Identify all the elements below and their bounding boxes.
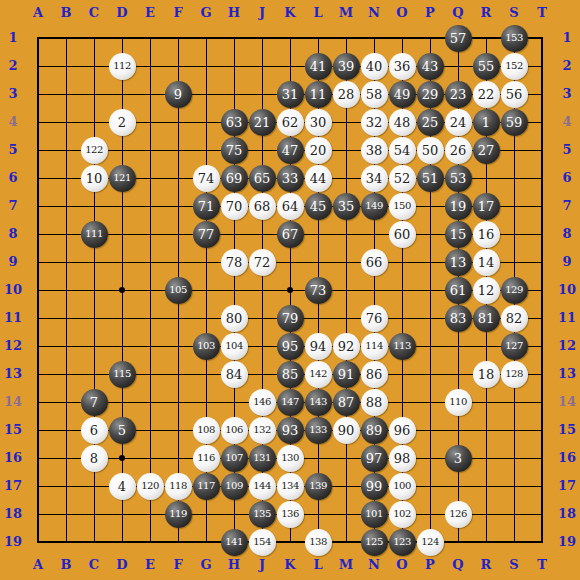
move-number: 71 xyxy=(198,200,215,213)
move-number: 43 xyxy=(422,60,439,73)
column-label-bottom: J xyxy=(248,557,276,573)
move-number: 80 xyxy=(226,312,243,325)
row-label-left: 12 xyxy=(0,332,26,360)
stone-white-38-N5[interactable]: 38 xyxy=(361,137,388,164)
stone-black-19-Q7[interactable]: 19 xyxy=(445,193,472,220)
move-number: 2 xyxy=(118,116,126,129)
move-number: 115 xyxy=(113,369,131,379)
stone-black-33-K6[interactable]: 33 xyxy=(277,165,304,192)
stone-white-92-M12[interactable]: 92 xyxy=(333,333,360,360)
move-number: 7 xyxy=(90,396,98,409)
stone-white-22-R3[interactable]: 22 xyxy=(473,81,500,108)
stone-black-59-S4[interactable]: 59 xyxy=(501,109,528,136)
move-number: 89 xyxy=(366,424,383,437)
column-label-bottom: O xyxy=(388,557,416,573)
stone-white-146-J14[interactable]: 146 xyxy=(249,389,276,416)
stone-white-128-S13[interactable]: 128 xyxy=(501,361,528,388)
column-label-top: A xyxy=(24,5,52,21)
move-number: 102 xyxy=(393,509,411,519)
move-number: 62 xyxy=(282,116,299,129)
move-number: 72 xyxy=(254,256,271,269)
stone-black-133-L15[interactable]: 133 xyxy=(305,417,332,444)
stone-white-2-D4[interactable]: 2 xyxy=(109,109,136,136)
row-label-left: 18 xyxy=(0,500,26,528)
row-label-right: 13 xyxy=(554,360,580,388)
column-label-top: H xyxy=(220,5,248,21)
move-number: 45 xyxy=(310,200,327,213)
stone-white-136-K18[interactable]: 136 xyxy=(277,501,304,528)
goban[interactable]: 1234567891011121314151617181920212223242… xyxy=(24,24,556,556)
stone-white-124-P19[interactable]: 124 xyxy=(417,529,444,556)
stone-black-125-N19[interactable]: 125 xyxy=(361,529,388,556)
move-number: 114 xyxy=(365,341,383,351)
move-number: 104 xyxy=(225,341,243,351)
stone-white-18-R13[interactable]: 18 xyxy=(473,361,500,388)
row-label-left: 17 xyxy=(0,472,26,500)
stone-black-101-N18[interactable]: 101 xyxy=(361,501,388,528)
move-number: 111 xyxy=(85,229,103,239)
stone-white-70-H7[interactable]: 70 xyxy=(221,193,248,220)
move-number: 48 xyxy=(394,116,411,129)
move-number: 100 xyxy=(393,481,411,491)
move-number: 96 xyxy=(394,424,411,437)
stone-black-77-G8[interactable]: 77 xyxy=(193,221,220,248)
stone-white-118-F17[interactable]: 118 xyxy=(165,473,192,500)
move-number: 33 xyxy=(282,172,299,185)
column-label-bottom: H xyxy=(220,557,248,573)
stone-black-27-R5[interactable]: 27 xyxy=(473,137,500,164)
stone-white-16-R8[interactable]: 16 xyxy=(473,221,500,248)
move-number: 126 xyxy=(449,509,467,519)
move-number: 98 xyxy=(394,452,411,465)
stone-white-60-O8[interactable]: 60 xyxy=(389,221,416,248)
stone-white-34-N6[interactable]: 34 xyxy=(361,165,388,192)
stone-black-63-H4[interactable]: 63 xyxy=(221,109,248,136)
stone-black-95-K12[interactable]: 95 xyxy=(277,333,304,360)
stone-black-119-F18[interactable]: 119 xyxy=(165,501,192,528)
row-label-left: 11 xyxy=(0,304,26,332)
row-label-left: 5 xyxy=(0,136,26,164)
move-number: 21 xyxy=(254,116,271,129)
column-label-bottom: G xyxy=(192,557,220,573)
move-number: 87 xyxy=(338,396,355,409)
stone-black-13-Q9[interactable]: 13 xyxy=(445,249,472,276)
stone-black-9-F3[interactable]: 9 xyxy=(165,81,192,108)
stone-black-31-K3[interactable]: 31 xyxy=(277,81,304,108)
stone-white-88-N14[interactable]: 88 xyxy=(361,389,388,416)
row-label-left: 19 xyxy=(0,528,26,556)
go-game-record: 1234567891011121314151617181920212223242… xyxy=(0,0,580,580)
move-number: 31 xyxy=(282,88,299,101)
stone-black-91-M13[interactable]: 91 xyxy=(333,361,360,388)
column-label-top: K xyxy=(276,5,304,21)
row-label-right: 16 xyxy=(554,444,580,472)
stone-white-144-J17[interactable]: 144 xyxy=(249,473,276,500)
move-number: 1 xyxy=(482,116,490,129)
stone-black-141-H19[interactable]: 141 xyxy=(221,529,248,556)
move-number: 118 xyxy=(169,481,187,491)
move-number: 85 xyxy=(282,368,299,381)
stone-black-87-M14[interactable]: 87 xyxy=(333,389,360,416)
stone-black-57-Q1[interactable]: 57 xyxy=(445,25,472,52)
column-label-top: G xyxy=(192,5,220,21)
move-number: 121 xyxy=(113,173,131,183)
column-label-top: O xyxy=(388,5,416,21)
move-number: 125 xyxy=(365,537,383,547)
stone-black-7-C14[interactable]: 7 xyxy=(81,389,108,416)
row-label-left: 3 xyxy=(0,80,26,108)
stone-black-25-P4[interactable]: 25 xyxy=(417,109,444,136)
stone-white-116-G16[interactable]: 116 xyxy=(193,445,220,472)
stone-white-114-N12[interactable]: 114 xyxy=(361,333,388,360)
stone-white-82-S11[interactable]: 82 xyxy=(501,305,528,332)
stone-black-107-H16[interactable]: 107 xyxy=(221,445,248,472)
column-label-bottom: D xyxy=(108,557,136,573)
stone-black-5-D15[interactable]: 5 xyxy=(109,417,136,444)
stone-white-74-G6[interactable]: 74 xyxy=(193,165,220,192)
move-number: 93 xyxy=(282,424,299,437)
stone-black-71-G7[interactable]: 71 xyxy=(193,193,220,220)
move-number: 29 xyxy=(422,88,439,101)
column-label-bottom: R xyxy=(472,557,500,573)
column-label-top: L xyxy=(304,5,332,21)
row-label-left: 2 xyxy=(0,52,26,80)
row-label-left: 4 xyxy=(0,108,26,136)
move-number: 83 xyxy=(450,312,467,325)
move-number: 63 xyxy=(226,116,243,129)
move-number: 18 xyxy=(478,368,495,381)
stone-white-64-K7[interactable]: 64 xyxy=(277,193,304,220)
move-number: 117 xyxy=(197,481,215,491)
stone-white-30-L4[interactable]: 30 xyxy=(305,109,332,136)
move-number: 81 xyxy=(478,312,495,325)
stone-white-108-G15[interactable]: 108 xyxy=(193,417,220,444)
stone-black-51-P6[interactable]: 51 xyxy=(417,165,444,192)
stone-black-11-L3[interactable]: 11 xyxy=(305,81,332,108)
stone-black-121-D6[interactable]: 121 xyxy=(109,165,136,192)
stone-white-80-H11[interactable]: 80 xyxy=(221,305,248,332)
move-number: 35 xyxy=(338,200,355,213)
column-label-top: R xyxy=(472,5,500,21)
stone-black-111-C8[interactable]: 111 xyxy=(81,221,108,248)
stone-white-52-O6[interactable]: 52 xyxy=(389,165,416,192)
stone-black-83-Q11[interactable]: 83 xyxy=(445,305,472,332)
column-label-bottom: C xyxy=(80,557,108,573)
stone-white-50-P5[interactable]: 50 xyxy=(417,137,444,164)
stone-white-94-L12[interactable]: 94 xyxy=(305,333,332,360)
column-label-top: P xyxy=(416,5,444,21)
stone-white-130-K16[interactable]: 130 xyxy=(277,445,304,472)
move-number: 10 xyxy=(86,172,103,185)
column-label-top: D xyxy=(108,5,136,21)
stone-black-3-Q16[interactable]: 3 xyxy=(445,445,472,472)
stone-white-44-L6[interactable]: 44 xyxy=(305,165,332,192)
row-label-right: 5 xyxy=(554,136,580,164)
stone-white-142-L13[interactable]: 142 xyxy=(305,361,332,388)
move-number: 40 xyxy=(366,60,383,73)
stone-white-110-Q14[interactable]: 110 xyxy=(445,389,472,416)
stone-white-10-C6[interactable]: 10 xyxy=(81,165,108,192)
stone-white-66-N9[interactable]: 66 xyxy=(361,249,388,276)
stone-white-14-R9[interactable]: 14 xyxy=(473,249,500,276)
stone-white-78-H9[interactable]: 78 xyxy=(221,249,248,276)
move-number: 143 xyxy=(309,397,327,407)
move-number: 60 xyxy=(394,228,411,241)
stone-black-43-P2[interactable]: 43 xyxy=(417,53,444,80)
stone-white-122-C5[interactable]: 122 xyxy=(81,137,108,164)
stone-white-86-N13[interactable]: 86 xyxy=(361,361,388,388)
stone-black-105-F10[interactable]: 105 xyxy=(165,277,192,304)
column-label-top: N xyxy=(360,5,388,21)
stone-black-147-K14[interactable]: 147 xyxy=(277,389,304,416)
row-label-left: 15 xyxy=(0,416,26,444)
column-label-top: B xyxy=(52,5,80,21)
stone-white-32-N4[interactable]: 32 xyxy=(361,109,388,136)
stone-white-90-M15[interactable]: 90 xyxy=(333,417,360,444)
stone-white-4-D17[interactable]: 4 xyxy=(109,473,136,500)
stone-black-97-N16[interactable]: 97 xyxy=(361,445,388,472)
stone-white-150-O7[interactable]: 150 xyxy=(389,193,416,220)
row-label-left: 6 xyxy=(0,164,26,192)
move-number: 16 xyxy=(478,228,495,241)
move-number: 86 xyxy=(366,368,383,381)
move-number: 141 xyxy=(225,537,243,547)
stone-black-49-O3[interactable]: 49 xyxy=(389,81,416,108)
move-number: 8 xyxy=(90,452,98,465)
stone-white-24-Q4[interactable]: 24 xyxy=(445,109,472,136)
column-label-top: F xyxy=(164,5,192,21)
stone-black-23-Q3[interactable]: 23 xyxy=(445,81,472,108)
stone-black-131-J16[interactable]: 131 xyxy=(249,445,276,472)
stone-black-79-K11[interactable]: 79 xyxy=(277,305,304,332)
move-number: 105 xyxy=(169,285,187,295)
row-label-left: 7 xyxy=(0,192,26,220)
move-number: 69 xyxy=(226,172,243,185)
stone-white-96-O15[interactable]: 96 xyxy=(389,417,416,444)
move-number: 66 xyxy=(366,256,383,269)
stone-white-76-N11[interactable]: 76 xyxy=(361,305,388,332)
stone-white-58-N3[interactable]: 58 xyxy=(361,81,388,108)
move-number: 127 xyxy=(505,341,523,351)
move-number: 152 xyxy=(505,61,523,71)
stone-black-61-Q10[interactable]: 61 xyxy=(445,277,472,304)
move-number: 147 xyxy=(281,397,299,407)
stone-white-54-O5[interactable]: 54 xyxy=(389,137,416,164)
stone-black-113-O12[interactable]: 113 xyxy=(389,333,416,360)
stone-white-132-J15[interactable]: 132 xyxy=(249,417,276,444)
stone-white-12-R10[interactable]: 12 xyxy=(473,277,500,304)
stone-black-21-J4[interactable]: 21 xyxy=(249,109,276,136)
move-number: 27 xyxy=(478,144,495,157)
move-number: 119 xyxy=(169,509,187,519)
move-number: 11 xyxy=(310,88,327,101)
stone-black-67-K8[interactable]: 67 xyxy=(277,221,304,248)
row-label-left: 9 xyxy=(0,248,26,276)
column-label-bottom: S xyxy=(500,557,528,573)
stone-white-106-H15[interactable]: 106 xyxy=(221,417,248,444)
stone-black-65-J6[interactable]: 65 xyxy=(249,165,276,192)
move-number: 76 xyxy=(366,312,383,325)
move-number: 113 xyxy=(393,341,411,351)
stone-white-28-M3[interactable]: 28 xyxy=(333,81,360,108)
move-number: 51 xyxy=(422,172,439,185)
stone-black-109-H17[interactable]: 109 xyxy=(221,473,248,500)
stone-white-102-O18[interactable]: 102 xyxy=(389,501,416,528)
move-number: 92 xyxy=(338,340,355,353)
row-label-right: 3 xyxy=(554,80,580,108)
stone-white-20-L5[interactable]: 20 xyxy=(305,137,332,164)
stone-black-47-K5[interactable]: 47 xyxy=(277,137,304,164)
move-number: 47 xyxy=(282,144,299,157)
stone-white-8-C16[interactable]: 8 xyxy=(81,445,108,472)
stone-black-117-G17[interactable]: 117 xyxy=(193,473,220,500)
move-number: 131 xyxy=(253,453,271,463)
stone-black-93-K15[interactable]: 93 xyxy=(277,417,304,444)
move-number: 6 xyxy=(90,424,98,437)
move-number: 56 xyxy=(506,88,523,101)
stone-black-45-L7[interactable]: 45 xyxy=(305,193,332,220)
stone-white-154-J19[interactable]: 154 xyxy=(249,529,276,556)
stone-black-149-N7[interactable]: 149 xyxy=(361,193,388,220)
stone-black-103-G12[interactable]: 103 xyxy=(193,333,220,360)
move-number: 23 xyxy=(450,88,467,101)
stone-black-69-H6[interactable]: 69 xyxy=(221,165,248,192)
stone-white-126-Q18[interactable]: 126 xyxy=(445,501,472,528)
move-number: 97 xyxy=(366,452,383,465)
move-number: 132 xyxy=(253,425,271,435)
stone-black-129-S10[interactable]: 129 xyxy=(501,277,528,304)
stone-black-139-L17[interactable]: 139 xyxy=(305,473,332,500)
stone-black-123-O19[interactable]: 123 xyxy=(389,529,416,556)
stone-black-29-P3[interactable]: 29 xyxy=(417,81,444,108)
column-label-top: C xyxy=(80,5,108,21)
column-label-top: M xyxy=(332,5,360,21)
stone-black-81-R11[interactable]: 81 xyxy=(473,305,500,332)
move-number: 101 xyxy=(365,509,383,519)
stone-black-75-H5[interactable]: 75 xyxy=(221,137,248,164)
move-number: 9 xyxy=(174,88,182,101)
move-number: 77 xyxy=(198,228,215,241)
stone-white-68-J7[interactable]: 68 xyxy=(249,193,276,220)
stone-black-89-N15[interactable]: 89 xyxy=(361,417,388,444)
stone-white-40-N2[interactable]: 40 xyxy=(361,53,388,80)
stone-black-135-J18[interactable]: 135 xyxy=(249,501,276,528)
move-number: 94 xyxy=(310,340,327,353)
row-label-right: 15 xyxy=(554,416,580,444)
stone-white-72-J9[interactable]: 72 xyxy=(249,249,276,276)
move-number: 52 xyxy=(394,172,411,185)
stone-black-55-R2[interactable]: 55 xyxy=(473,53,500,80)
move-number: 99 xyxy=(366,480,383,493)
stone-white-112-D2[interactable]: 112 xyxy=(109,53,136,80)
row-label-left: 1 xyxy=(0,24,26,52)
stone-black-35-M7[interactable]: 35 xyxy=(333,193,360,220)
move-number: 50 xyxy=(422,144,439,157)
stone-black-127-S12[interactable]: 127 xyxy=(501,333,528,360)
stone-black-41-L2[interactable]: 41 xyxy=(305,53,332,80)
stone-black-15-Q8[interactable]: 15 xyxy=(445,221,472,248)
row-label-right: 8 xyxy=(554,220,580,248)
stone-white-62-K4[interactable]: 62 xyxy=(277,109,304,136)
stone-white-56-S3[interactable]: 56 xyxy=(501,81,528,108)
stone-black-39-M2[interactable]: 39 xyxy=(333,53,360,80)
row-label-right: 14 xyxy=(554,388,580,416)
move-number: 41 xyxy=(310,60,327,73)
stone-black-153-S1[interactable]: 153 xyxy=(501,25,528,52)
move-number: 116 xyxy=(197,453,215,463)
stone-white-36-O2[interactable]: 36 xyxy=(389,53,416,80)
move-number: 84 xyxy=(226,368,243,381)
stone-black-85-K13[interactable]: 85 xyxy=(277,361,304,388)
move-number: 19 xyxy=(450,200,467,213)
stone-black-143-L14[interactable]: 143 xyxy=(305,389,332,416)
stone-black-99-N17[interactable]: 99 xyxy=(361,473,388,500)
move-number: 14 xyxy=(478,256,495,269)
column-label-bottom: M xyxy=(332,557,360,573)
row-label-left: 14 xyxy=(0,388,26,416)
move-number: 123 xyxy=(393,537,411,547)
move-number: 144 xyxy=(253,481,271,491)
stone-black-17-R7[interactable]: 17 xyxy=(473,193,500,220)
move-number: 28 xyxy=(338,88,355,101)
move-number: 78 xyxy=(226,256,243,269)
stone-white-104-H12[interactable]: 104 xyxy=(221,333,248,360)
stone-white-100-O17[interactable]: 100 xyxy=(389,473,416,500)
move-number: 39 xyxy=(338,60,355,73)
move-number: 79 xyxy=(282,312,299,325)
stone-black-73-L10[interactable]: 73 xyxy=(305,277,332,304)
row-label-right: 6 xyxy=(554,164,580,192)
move-number: 17 xyxy=(478,200,495,213)
move-number: 34 xyxy=(366,172,383,185)
stone-white-138-L19[interactable]: 138 xyxy=(305,529,332,556)
row-label-left: 16 xyxy=(0,444,26,472)
stone-white-26-Q5[interactable]: 26 xyxy=(445,137,472,164)
stone-white-152-S2[interactable]: 152 xyxy=(501,53,528,80)
stone-white-84-H13[interactable]: 84 xyxy=(221,361,248,388)
move-number: 36 xyxy=(394,60,411,73)
move-number: 138 xyxy=(309,537,327,547)
move-number: 90 xyxy=(338,424,355,437)
move-number: 110 xyxy=(449,397,467,407)
stone-white-98-O16[interactable]: 98 xyxy=(389,445,416,472)
stone-white-6-C15[interactable]: 6 xyxy=(81,417,108,444)
stone-white-120-E17[interactable]: 120 xyxy=(137,473,164,500)
stone-black-115-D13[interactable]: 115 xyxy=(109,361,136,388)
row-label-right: 10 xyxy=(554,276,580,304)
move-number: 108 xyxy=(197,425,215,435)
move-number: 61 xyxy=(450,284,467,297)
stone-white-134-K17[interactable]: 134 xyxy=(277,473,304,500)
move-number: 30 xyxy=(310,116,327,129)
row-label-right: 17 xyxy=(554,472,580,500)
row-label-right: 9 xyxy=(554,248,580,276)
move-number: 54 xyxy=(394,144,411,157)
move-number: 95 xyxy=(282,340,299,353)
move-number: 68 xyxy=(254,200,271,213)
move-number: 134 xyxy=(281,481,299,491)
column-label-bottom: N xyxy=(360,557,388,573)
stone-black-1-R4[interactable]: 1 xyxy=(473,109,500,136)
row-label-right: 11 xyxy=(554,304,580,332)
move-number: 70 xyxy=(226,200,243,213)
stone-black-53-Q6[interactable]: 53 xyxy=(445,165,472,192)
move-number: 122 xyxy=(85,145,103,155)
move-number: 73 xyxy=(310,284,327,297)
stone-white-48-O4[interactable]: 48 xyxy=(389,109,416,136)
column-label-bottom: K xyxy=(276,557,304,573)
move-number: 88 xyxy=(366,396,383,409)
